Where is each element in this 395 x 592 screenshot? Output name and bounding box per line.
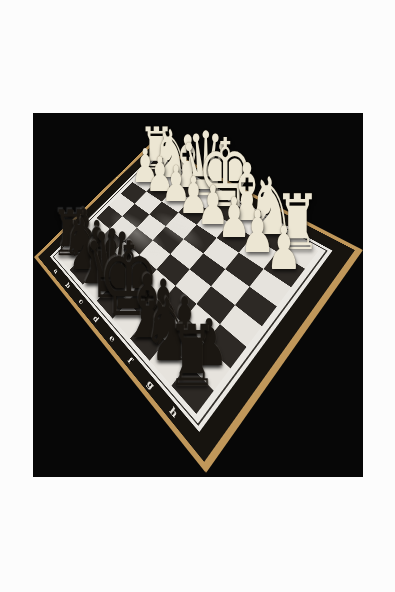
- board-stage: abcdefgh ♜♞♝♛♚♝♞♜♟♟♟♟♟♟♟♟♟♟♟♟♟♟♟♟♜♞♝♛♚♝♞…: [0, 0, 395, 592]
- piece-black-rook-h8[interactable]: ♜: [122, 244, 262, 394]
- page: abcdefgh ♜♞♝♛♚♝♞♜♟♟♟♟♟♟♟♟♟♟♟♟♟♟♟♟♜♞♝♛♚♝♞…: [0, 0, 395, 592]
